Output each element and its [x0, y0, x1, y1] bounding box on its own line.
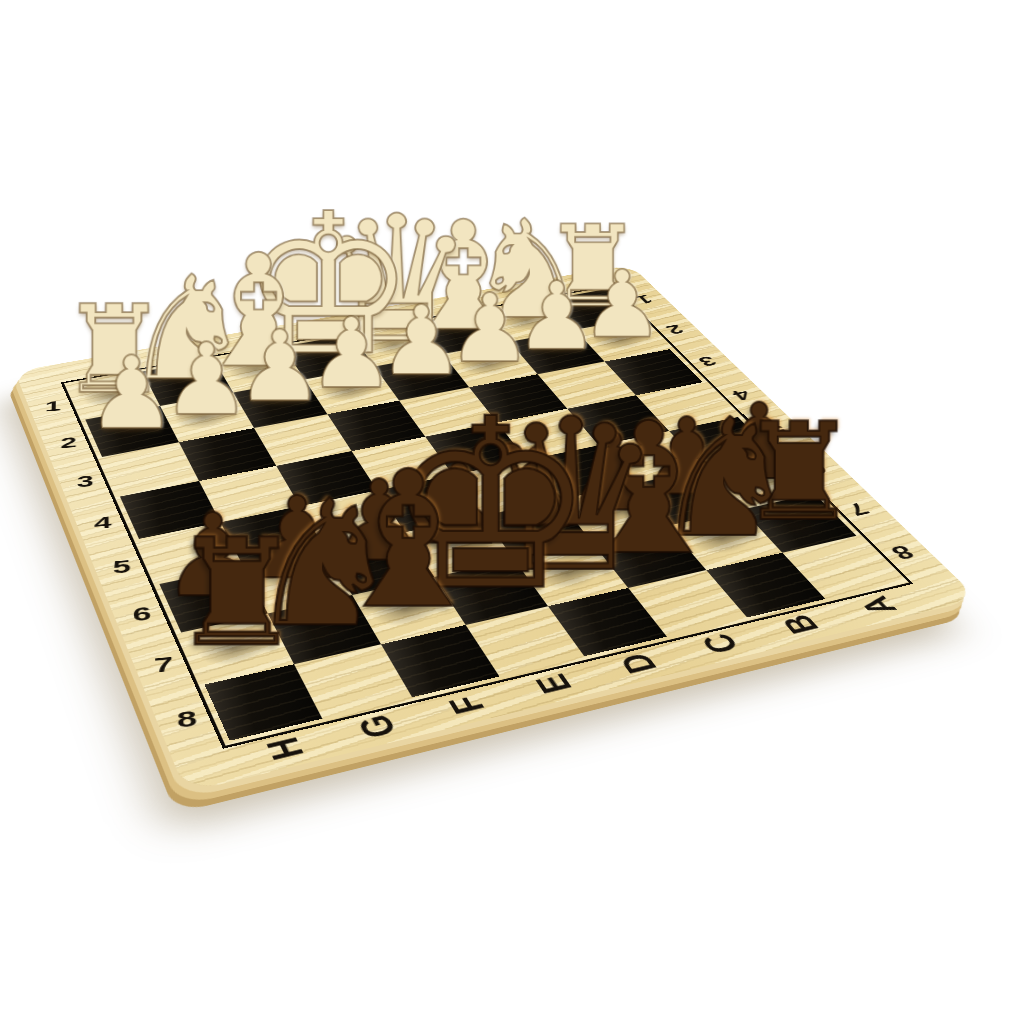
white-pawn: ♟ — [87, 343, 177, 443]
file-label-h: H — [244, 713, 329, 785]
rank-label-left-5: 5 — [102, 541, 143, 593]
board-wood: ♜♞♝♚♛♝♞♜♟♟♟♟♟♟♟♟♟♟♟♟♟♟♟♟♜♞♝♚♛♝♞♜ 1234567… — [15, 264, 979, 792]
rank-label-left-3: 3 — [67, 459, 104, 504]
black-rook: ♜ — [170, 519, 303, 667]
square-h2: ♟ — [85, 406, 179, 457]
chess-board: ♜♞♝♚♛♝♞♜♟♟♟♟♟♟♟♟♟♟♟♟♟♟♟♟♜♞♝♚♛♝♞♜ 1234567… — [15, 264, 979, 792]
product-photo: ♜♞♝♚♛♝♞♜♟♟♟♟♟♟♟♟♟♟♟♟♟♟♟♟♜♞♝♚♛♝♞♜ 1234567… — [0, 0, 1024, 1024]
board-grid: ♜♞♝♚♛♝♞♜♟♟♟♟♟♟♟♟♟♟♟♟♟♟♟♟♜♞♝♚♛♝♞♜ — [70, 289, 902, 741]
rank-label-left-2: 2 — [50, 422, 86, 465]
rank-label-left-4: 4 — [84, 499, 123, 547]
rank-label-left-8: 8 — [163, 688, 211, 752]
rank-label-left-6: 6 — [121, 587, 164, 642]
